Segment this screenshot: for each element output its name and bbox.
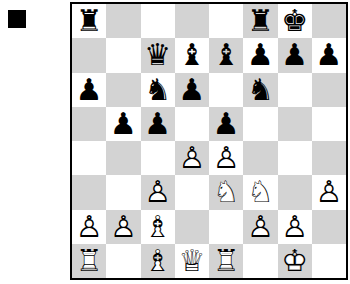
square-c4[interactable] [141,141,175,175]
square-g7[interactable]: ♟ [278,38,312,72]
piece-glyph: ♙ [72,210,106,244]
square-e1[interactable]: ♜♖ [209,244,243,278]
piece-glyph: ♟ [72,73,106,107]
square-a6[interactable]: ♟ [72,73,106,107]
piece-glyph: ♝ [175,38,209,72]
white-pawn-icon: ♟♙ [243,210,277,244]
piece-glyph: ♟ [141,107,175,141]
piece-glyph: ♗ [141,210,175,244]
square-f4[interactable] [243,141,277,175]
piece-glyph: ♙ [175,141,209,175]
piece-glyph: ♟ [175,73,209,107]
black-pawn-icon: ♟ [243,38,277,72]
piece-glyph: ♞ [141,73,175,107]
square-c5[interactable]: ♟ [141,107,175,141]
chess-diagram: ♜♜♚♛♝♝♟♟♟♟♞♟♞♟♟♟♟♙♟♙♟♙♞♘♞♘♟♙♟♙♟♙♝♗♟♙♟♙♜♖… [0,0,350,284]
square-h6[interactable] [312,73,346,107]
square-d2[interactable] [175,210,209,244]
white-rook-icon: ♜♖ [209,244,243,278]
square-d8[interactable] [175,4,209,38]
square-f2[interactable]: ♟♙ [243,210,277,244]
square-g5[interactable] [278,107,312,141]
square-h1[interactable] [312,244,346,278]
white-knight-icon: ♞♘ [243,175,277,209]
black-pawn-icon: ♟ [175,73,209,107]
black-rook-icon: ♜ [72,4,106,38]
square-e6[interactable] [209,73,243,107]
square-c3[interactable]: ♟♙ [141,175,175,209]
piece-glyph: ♞ [243,73,277,107]
piece-glyph: ♙ [141,175,175,209]
square-f8[interactable]: ♜ [243,4,277,38]
square-f1[interactable] [243,244,277,278]
square-e2[interactable] [209,210,243,244]
square-a2[interactable]: ♟♙ [72,210,106,244]
piece-glyph: ♟ [209,107,243,141]
square-a4[interactable] [72,141,106,175]
square-g6[interactable] [278,73,312,107]
black-rook-icon: ♜ [243,4,277,38]
square-e8[interactable] [209,4,243,38]
piece-glyph: ♛ [141,38,175,72]
square-h7[interactable]: ♟ [312,38,346,72]
square-b5[interactable]: ♟ [106,107,140,141]
piece-glyph: ♝ [209,38,243,72]
piece-glyph: ♗ [141,244,175,278]
square-g2[interactable]: ♟♙ [278,210,312,244]
square-b6[interactable] [106,73,140,107]
white-king-icon: ♚♔ [278,244,312,278]
piece-glyph: ♙ [243,210,277,244]
black-pawn-icon: ♟ [278,38,312,72]
piece-glyph: ♘ [243,175,277,209]
square-g1[interactable]: ♚♔ [278,244,312,278]
square-g4[interactable] [278,141,312,175]
chess-board: ♜♜♚♛♝♝♟♟♟♟♞♟♞♟♟♟♟♙♟♙♟♙♞♘♞♘♟♙♟♙♟♙♝♗♟♙♟♙♜♖… [70,2,348,280]
black-pawn-icon: ♟ [312,38,346,72]
white-pawn-icon: ♟♙ [209,141,243,175]
black-king-icon: ♚ [278,4,312,38]
piece-glyph: ♙ [209,141,243,175]
black-bishop-icon: ♝ [209,38,243,72]
black-pawn-icon: ♟ [72,73,106,107]
square-c1[interactable]: ♝♗ [141,244,175,278]
square-h4[interactable] [312,141,346,175]
side-to-move-indicator [8,10,26,28]
square-e5[interactable]: ♟ [209,107,243,141]
white-pawn-icon: ♟♙ [175,141,209,175]
square-e4[interactable]: ♟♙ [209,141,243,175]
black-bishop-icon: ♝ [175,38,209,72]
piece-glyph: ♚ [278,4,312,38]
white-bishop-icon: ♝♗ [141,244,175,278]
piece-glyph: ♘ [209,175,243,209]
square-d1[interactable]: ♛♕ [175,244,209,278]
square-c7[interactable]: ♛ [141,38,175,72]
square-h2[interactable] [312,210,346,244]
square-b7[interactable] [106,38,140,72]
piece-glyph: ♟ [106,107,140,141]
piece-glyph: ♟ [278,38,312,72]
black-knight-icon: ♞ [243,73,277,107]
square-d4[interactable]: ♟♙ [175,141,209,175]
black-pawn-icon: ♟ [209,107,243,141]
square-h8[interactable] [312,4,346,38]
square-b4[interactable] [106,141,140,175]
square-g3[interactable] [278,175,312,209]
square-b2[interactable]: ♟♙ [106,210,140,244]
piece-glyph: ♖ [209,244,243,278]
black-pawn-icon: ♟ [141,107,175,141]
piece-glyph: ♜ [72,4,106,38]
black-knight-icon: ♞ [141,73,175,107]
square-e3[interactable]: ♞♘ [209,175,243,209]
square-c6[interactable]: ♞ [141,73,175,107]
square-c8[interactable] [141,4,175,38]
white-pawn-icon: ♟♙ [72,210,106,244]
black-pawn-icon: ♟ [106,107,140,141]
square-h5[interactable] [312,107,346,141]
square-a1[interactable]: ♜♖ [72,244,106,278]
white-pawn-icon: ♟♙ [106,210,140,244]
square-f5[interactable] [243,107,277,141]
square-a5[interactable] [72,107,106,141]
black-queen-icon: ♛ [141,38,175,72]
square-d6[interactable]: ♟ [175,73,209,107]
square-f3[interactable]: ♞♘ [243,175,277,209]
square-b1[interactable] [106,244,140,278]
square-a7[interactable] [72,38,106,72]
square-b8[interactable] [106,4,140,38]
white-pawn-icon: ♟♙ [278,210,312,244]
square-c2[interactable]: ♝♗ [141,210,175,244]
white-rook-icon: ♜♖ [72,244,106,278]
white-queen-icon: ♛♕ [175,244,209,278]
piece-glyph: ♙ [278,210,312,244]
square-b3[interactable] [106,175,140,209]
square-e7[interactable]: ♝ [209,38,243,72]
piece-glyph: ♟ [312,38,346,72]
square-d3[interactable] [175,175,209,209]
white-pawn-icon: ♟♙ [141,175,175,209]
square-a3[interactable] [72,175,106,209]
piece-glyph: ♖ [72,244,106,278]
white-knight-icon: ♞♘ [209,175,243,209]
piece-glyph: ♙ [312,175,346,209]
piece-glyph: ♙ [106,210,140,244]
white-bishop-icon: ♝♗ [141,210,175,244]
square-a8[interactable]: ♜ [72,4,106,38]
piece-glyph: ♔ [278,244,312,278]
square-d5[interactable] [175,107,209,141]
square-d7[interactable]: ♝ [175,38,209,72]
square-h3[interactable]: ♟♙ [312,175,346,209]
piece-glyph: ♜ [243,4,277,38]
piece-glyph: ♟ [243,38,277,72]
square-f6[interactable]: ♞ [243,73,277,107]
white-pawn-icon: ♟♙ [312,175,346,209]
square-g8[interactable]: ♚ [278,4,312,38]
piece-glyph: ♕ [175,244,209,278]
square-f7[interactable]: ♟ [243,38,277,72]
